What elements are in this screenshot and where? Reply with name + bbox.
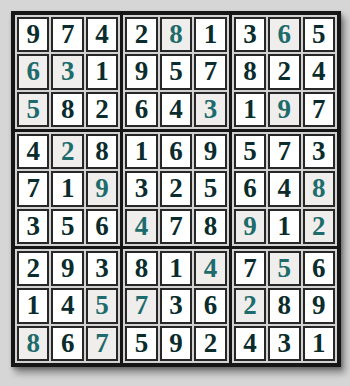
sudoku-box-5: 169325478 (123, 132, 228, 246)
cell-r2c3[interactable]: 1 (86, 54, 118, 89)
cell-r1c3[interactable]: 4 (86, 17, 118, 52)
cell-r5c8[interactable]: 4 (268, 171, 300, 206)
cell-r1c8[interactable]: 6 (268, 17, 300, 52)
cell-r2c8[interactable]: 2 (268, 54, 300, 89)
cell-r7c4[interactable]: 8 (125, 251, 157, 286)
cell-r2c6[interactable]: 7 (194, 54, 226, 89)
sudoku-box-2: 281957643 (123, 15, 228, 129)
cell-r4c6[interactable]: 9 (194, 134, 226, 169)
cell-r6c4[interactable]: 4 (125, 209, 157, 244)
cell-r6c7[interactable]: 9 (234, 209, 266, 244)
sudoku-box-4: 428719356 (15, 132, 120, 246)
cell-r5c5[interactable]: 2 (160, 171, 192, 206)
cell-r9c7[interactable]: 4 (234, 326, 266, 361)
cell-r9c6[interactable]: 2 (194, 326, 226, 361)
cell-r7c3[interactable]: 3 (86, 251, 118, 286)
cell-r8c5[interactable]: 3 (160, 288, 192, 323)
cell-r4c7[interactable]: 5 (234, 134, 266, 169)
sudoku-box-3: 365824197 (232, 15, 337, 129)
cell-r4c5[interactable]: 6 (160, 134, 192, 169)
cell-r6c1[interactable]: 3 (17, 209, 49, 244)
cell-r7c2[interactable]: 9 (51, 251, 83, 286)
cell-r5c7[interactable]: 6 (234, 171, 266, 206)
cell-r8c6[interactable]: 6 (194, 288, 226, 323)
sudoku-box-7: 293145867 (15, 249, 120, 363)
cell-r1c6[interactable]: 1 (194, 17, 226, 52)
cell-r1c2[interactable]: 7 (51, 17, 83, 52)
cell-r3c1[interactable]: 5 (17, 92, 49, 127)
cell-r8c7[interactable]: 2 (234, 288, 266, 323)
cell-r2c4[interactable]: 9 (125, 54, 157, 89)
sudoku-box-9: 756289431 (232, 249, 337, 363)
cell-r6c5[interactable]: 7 (160, 209, 192, 244)
cell-r7c1[interactable]: 2 (17, 251, 49, 286)
cell-r5c1[interactable]: 7 (17, 171, 49, 206)
cell-r7c9[interactable]: 6 (303, 251, 335, 286)
cell-r4c2[interactable]: 2 (51, 134, 83, 169)
sudoku-box-6: 573648912 (232, 132, 337, 246)
cell-r6c6[interactable]: 8 (194, 209, 226, 244)
cell-r3c7[interactable]: 1 (234, 92, 266, 127)
cell-r3c6[interactable]: 3 (194, 92, 226, 127)
sudoku-app: 9746315822819576433658241974287193561693… (0, 0, 350, 386)
cell-r6c8[interactable]: 1 (268, 209, 300, 244)
cell-r1c1[interactable]: 9 (17, 17, 49, 52)
cell-r7c5[interactable]: 1 (160, 251, 192, 286)
cell-r3c2[interactable]: 8 (51, 92, 83, 127)
cell-r7c7[interactable]: 7 (234, 251, 266, 286)
cell-r1c5[interactable]: 8 (160, 17, 192, 52)
cell-r9c1[interactable]: 8 (17, 326, 49, 361)
cell-r4c4[interactable]: 1 (125, 134, 157, 169)
sudoku-board: 9746315822819576433658241974287193561693… (11, 11, 341, 367)
cell-r2c2[interactable]: 3 (51, 54, 83, 89)
cell-r3c9[interactable]: 7 (303, 92, 335, 127)
cell-r5c3[interactable]: 9 (86, 171, 118, 206)
cell-r8c3[interactable]: 5 (86, 288, 118, 323)
cell-r3c5[interactable]: 4 (160, 92, 192, 127)
cell-r9c4[interactable]: 5 (125, 326, 157, 361)
cell-r7c6[interactable]: 4 (194, 251, 226, 286)
cell-r9c2[interactable]: 6 (51, 326, 83, 361)
sudoku-box-8: 814736592 (123, 249, 228, 363)
cell-r4c8[interactable]: 7 (268, 134, 300, 169)
cell-r2c9[interactable]: 4 (303, 54, 335, 89)
cell-r6c2[interactable]: 5 (51, 209, 83, 244)
cell-r5c4[interactable]: 3 (125, 171, 157, 206)
cell-r2c7[interactable]: 8 (234, 54, 266, 89)
cell-r9c5[interactable]: 9 (160, 326, 192, 361)
cell-r7c8[interactable]: 5 (268, 251, 300, 286)
cell-r5c9[interactable]: 8 (303, 171, 335, 206)
cell-r9c3[interactable]: 7 (86, 326, 118, 361)
cell-r3c4[interactable]: 6 (125, 92, 157, 127)
cell-r1c9[interactable]: 5 (303, 17, 335, 52)
cell-r6c3[interactable]: 6 (86, 209, 118, 244)
cell-r1c7[interactable]: 3 (234, 17, 266, 52)
cell-r8c2[interactable]: 4 (51, 288, 83, 323)
cell-r9c9[interactable]: 1 (303, 326, 335, 361)
cell-r8c4[interactable]: 7 (125, 288, 157, 323)
cell-r9c8[interactable]: 3 (268, 326, 300, 361)
cell-r4c3[interactable]: 8 (86, 134, 118, 169)
cell-r2c5[interactable]: 5 (160, 54, 192, 89)
cell-r8c1[interactable]: 1 (17, 288, 49, 323)
cell-r3c8[interactable]: 9 (268, 92, 300, 127)
cell-r5c6[interactable]: 5 (194, 171, 226, 206)
cell-r8c8[interactable]: 8 (268, 288, 300, 323)
cell-r8c9[interactable]: 9 (303, 288, 335, 323)
cell-r5c2[interactable]: 1 (51, 171, 83, 206)
cell-r4c1[interactable]: 4 (17, 134, 49, 169)
cell-r6c9[interactable]: 2 (303, 209, 335, 244)
sudoku-box-1: 974631582 (15, 15, 120, 129)
cell-r1c4[interactable]: 2 (125, 17, 157, 52)
cell-r3c3[interactable]: 2 (86, 92, 118, 127)
cell-r2c1[interactable]: 6 (17, 54, 49, 89)
cell-r4c9[interactable]: 3 (303, 134, 335, 169)
